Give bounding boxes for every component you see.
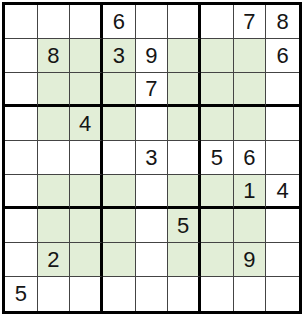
- cell-r2c5[interactable]: 9: [136, 39, 169, 73]
- cell-r4c3[interactable]: 4: [70, 107, 103, 141]
- cell-r7c9[interactable]: [266, 209, 299, 243]
- cell-r3c4[interactable]: [103, 73, 136, 107]
- cell-r9c6[interactable]: [168, 277, 201, 311]
- cell-r4c1[interactable]: [5, 107, 38, 141]
- cell-r8c1[interactable]: [5, 243, 38, 277]
- cell-r7c8[interactable]: [234, 209, 267, 243]
- cell-r9c9[interactable]: [266, 277, 299, 311]
- cell-r8c7[interactable]: [201, 243, 234, 277]
- cell-r1c4[interactable]: 6: [103, 5, 136, 39]
- cell-r7c6[interactable]: 5: [168, 209, 201, 243]
- cell-r1c7[interactable]: [201, 5, 234, 39]
- cell-r6c7[interactable]: [201, 175, 234, 209]
- cell-r7c3[interactable]: [70, 209, 103, 243]
- cell-r7c4[interactable]: [103, 209, 136, 243]
- cell-r9c7[interactable]: [201, 277, 234, 311]
- cell-r1c1[interactable]: [5, 5, 38, 39]
- cell-r8c4[interactable]: [103, 243, 136, 277]
- cell-r3c1[interactable]: [5, 73, 38, 107]
- cell-r8c6[interactable]: [168, 243, 201, 277]
- cell-r3c8[interactable]: [234, 73, 267, 107]
- cell-r6c1[interactable]: [5, 175, 38, 209]
- cell-r3c5[interactable]: 7: [136, 73, 169, 107]
- cell-r9c2[interactable]: [38, 277, 71, 311]
- cell-r1c2[interactable]: [38, 5, 71, 39]
- cell-r5c2[interactable]: [38, 141, 71, 175]
- cell-r4c2[interactable]: [38, 107, 71, 141]
- cell-r4c5[interactable]: [136, 107, 169, 141]
- cell-r9c1[interactable]: 5: [5, 277, 38, 311]
- cell-r3c9[interactable]: [266, 73, 299, 107]
- cell-r3c6[interactable]: [168, 73, 201, 107]
- cell-r1c3[interactable]: [70, 5, 103, 39]
- cell-r2c7[interactable]: [201, 39, 234, 73]
- cell-r7c7[interactable]: [201, 209, 234, 243]
- cell-r6c2[interactable]: [38, 175, 71, 209]
- cell-r4c7[interactable]: [201, 107, 234, 141]
- cell-r1c9[interactable]: 8: [266, 5, 299, 39]
- cell-r2c4[interactable]: 3: [103, 39, 136, 73]
- cell-r6c8[interactable]: 1: [234, 175, 267, 209]
- cell-r4c6[interactable]: [168, 107, 201, 141]
- cell-r1c5[interactable]: [136, 5, 169, 39]
- cell-r6c3[interactable]: [70, 175, 103, 209]
- cell-r5c7[interactable]: 5: [201, 141, 234, 175]
- cell-r8c8[interactable]: 9: [234, 243, 267, 277]
- cell-r1c6[interactable]: [168, 5, 201, 39]
- sudoku-board: 678839674356145295: [2, 2, 302, 314]
- cell-r5c8[interactable]: 6: [234, 141, 267, 175]
- cell-r9c4[interactable]: [103, 277, 136, 311]
- cell-r3c7[interactable]: [201, 73, 234, 107]
- cell-r5c6[interactable]: [168, 141, 201, 175]
- cell-r8c3[interactable]: [70, 243, 103, 277]
- cell-r5c1[interactable]: [5, 141, 38, 175]
- cell-r2c6[interactable]: [168, 39, 201, 73]
- cell-r6c4[interactable]: [103, 175, 136, 209]
- cell-r6c9[interactable]: 4: [266, 175, 299, 209]
- cell-r2c9[interactable]: 6: [266, 39, 299, 73]
- cell-r6c5[interactable]: [136, 175, 169, 209]
- cell-r1c8[interactable]: 7: [234, 5, 267, 39]
- sudoku-board-container: 678839674356145295: [2, 2, 302, 314]
- cell-r7c5[interactable]: [136, 209, 169, 243]
- cell-r3c3[interactable]: [70, 73, 103, 107]
- cell-r3c2[interactable]: [38, 73, 71, 107]
- cell-r4c9[interactable]: [266, 107, 299, 141]
- cell-r4c8[interactable]: [234, 107, 267, 141]
- cell-r5c3[interactable]: [70, 141, 103, 175]
- cell-r5c5[interactable]: 3: [136, 141, 169, 175]
- cell-r9c8[interactable]: [234, 277, 267, 311]
- cell-r5c4[interactable]: [103, 141, 136, 175]
- cell-r2c2[interactable]: 8: [38, 39, 71, 73]
- cell-r7c2[interactable]: [38, 209, 71, 243]
- cell-r2c1[interactable]: [5, 39, 38, 73]
- cell-r6c6[interactable]: [168, 175, 201, 209]
- cell-r2c3[interactable]: [70, 39, 103, 73]
- cell-r7c1[interactable]: [5, 209, 38, 243]
- cell-r9c3[interactable]: [70, 277, 103, 311]
- cell-r9c5[interactable]: [136, 277, 169, 311]
- cell-r8c9[interactable]: [266, 243, 299, 277]
- cell-r8c5[interactable]: [136, 243, 169, 277]
- cell-r4c4[interactable]: [103, 107, 136, 141]
- cell-r5c9[interactable]: [266, 141, 299, 175]
- cell-r8c2[interactable]: 2: [38, 243, 71, 277]
- cell-r2c8[interactable]: [234, 39, 267, 73]
